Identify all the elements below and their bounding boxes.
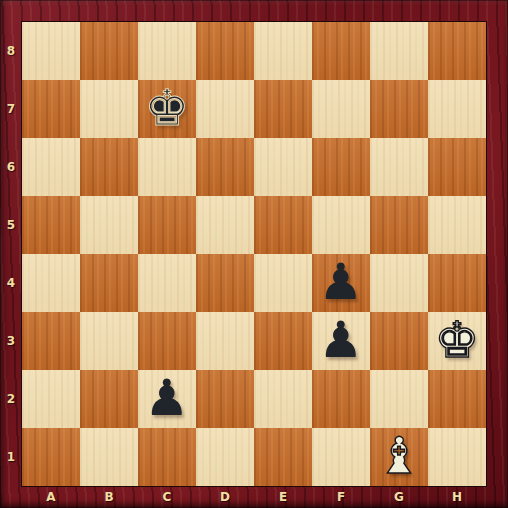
square-b8[interactable] [80,22,138,80]
white-king[interactable]: ♚ [435,315,480,365]
square-c2[interactable]: ♟ [138,370,196,428]
rank-label-3: 3 [0,312,22,370]
square-d6[interactable] [196,138,254,196]
square-f6[interactable] [312,138,370,196]
square-g6[interactable] [370,138,428,196]
square-a6[interactable] [22,138,80,196]
square-a1[interactable] [22,428,80,486]
square-c6[interactable] [138,138,196,196]
square-c3[interactable] [138,312,196,370]
square-e4[interactable] [254,254,312,312]
white-bishop[interactable]: ♝ [377,431,422,481]
square-f8[interactable] [312,22,370,80]
square-g4[interactable] [370,254,428,312]
black-pawn[interactable]: ♟ [319,257,364,307]
square-g1[interactable]: ♝ [370,428,428,486]
square-h7[interactable] [428,80,486,138]
file-label-d: D [196,486,254,508]
rank-label-7: 7 [0,80,22,138]
rank-labels: 87654321 [0,22,22,486]
file-label-e: E [254,486,312,508]
rank-label-2: 2 [0,370,22,428]
file-label-h: H [428,486,486,508]
square-d1[interactable] [196,428,254,486]
file-labels: ABCDEFGH [22,486,486,508]
square-g7[interactable] [370,80,428,138]
square-d2[interactable] [196,370,254,428]
file-label-f: F [312,486,370,508]
black-pawn[interactable]: ♟ [319,315,364,365]
square-b5[interactable] [80,196,138,254]
square-b2[interactable] [80,370,138,428]
square-a5[interactable] [22,196,80,254]
square-d5[interactable] [196,196,254,254]
square-e5[interactable] [254,196,312,254]
square-g2[interactable] [370,370,428,428]
square-a3[interactable] [22,312,80,370]
square-b7[interactable] [80,80,138,138]
file-label-g: G [370,486,428,508]
black-pawn[interactable]: ♟ [145,373,190,423]
square-h4[interactable] [428,254,486,312]
square-e3[interactable] [254,312,312,370]
square-a7[interactable] [22,80,80,138]
square-c7[interactable]: ♚ [138,80,196,138]
square-d7[interactable] [196,80,254,138]
rank-label-5: 5 [0,196,22,254]
square-e2[interactable] [254,370,312,428]
square-h8[interactable] [428,22,486,80]
rank-label-8: 8 [0,22,22,80]
chess-board: ♚♟♟♚♟♝ [22,22,486,486]
square-c4[interactable] [138,254,196,312]
square-a2[interactable] [22,370,80,428]
square-h1[interactable] [428,428,486,486]
square-a8[interactable] [22,22,80,80]
black-king[interactable]: ♚ [145,83,190,133]
square-h3[interactable]: ♚ [428,312,486,370]
square-e1[interactable] [254,428,312,486]
rank-label-4: 4 [0,254,22,312]
square-a4[interactable] [22,254,80,312]
file-label-a: A [22,486,80,508]
square-f2[interactable] [312,370,370,428]
square-h2[interactable] [428,370,486,428]
square-h6[interactable] [428,138,486,196]
file-label-b: B [80,486,138,508]
square-d8[interactable] [196,22,254,80]
square-e6[interactable] [254,138,312,196]
square-g8[interactable] [370,22,428,80]
square-c1[interactable] [138,428,196,486]
square-b6[interactable] [80,138,138,196]
square-h5[interactable] [428,196,486,254]
square-e8[interactable] [254,22,312,80]
square-f3[interactable]: ♟ [312,312,370,370]
square-c8[interactable] [138,22,196,80]
file-label-c: C [138,486,196,508]
square-b3[interactable] [80,312,138,370]
square-d4[interactable] [196,254,254,312]
square-f1[interactable] [312,428,370,486]
square-g3[interactable] [370,312,428,370]
square-b4[interactable] [80,254,138,312]
chess-diagram: 87654321 ABCDEFGH ♚♟♟♚♟♝ [0,0,508,508]
square-c5[interactable] [138,196,196,254]
square-e7[interactable] [254,80,312,138]
square-b1[interactable] [80,428,138,486]
square-g5[interactable] [370,196,428,254]
square-f5[interactable] [312,196,370,254]
square-d3[interactable] [196,312,254,370]
square-f7[interactable] [312,80,370,138]
rank-label-6: 6 [0,138,22,196]
square-f4[interactable]: ♟ [312,254,370,312]
rank-label-1: 1 [0,428,22,486]
